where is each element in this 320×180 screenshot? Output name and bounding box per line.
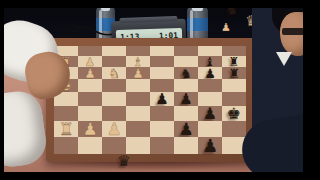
square[interactable]: ♟ [126, 67, 150, 79]
letterbox-bottom [0, 172, 320, 180]
square[interactable] [126, 92, 150, 106]
square[interactable] [78, 137, 102, 154]
clock-rocker-button[interactable] [119, 16, 177, 23]
letterbox-right [303, 0, 320, 180]
square[interactable]: ♟ [198, 106, 222, 121]
square[interactable] [102, 92, 126, 106]
white-rook-piece[interactable]: ♜ [58, 121, 73, 138]
captured-pieces-tray: ♛ [122, 154, 148, 174]
square[interactable] [150, 137, 174, 154]
chess-board[interactable]: ♜♟♝♝♜♟♞♟♞♟♜♚♟♟♟♚♜♟♟♟♟ [54, 46, 246, 154]
square[interactable]: ♚ [222, 106, 246, 121]
square[interactable]: ♟ [78, 67, 102, 79]
black-pawn-piece[interactable]: ♟ [179, 92, 192, 107]
square[interactable]: ♟ [174, 92, 198, 106]
square[interactable] [126, 106, 150, 121]
square[interactable] [150, 106, 174, 121]
square[interactable]: ♜ [54, 121, 78, 137]
square[interactable]: ♟ [78, 121, 102, 137]
white-pawn-piece[interactable]: ♟ [106, 121, 121, 138]
square[interactable] [150, 67, 174, 79]
square[interactable] [198, 79, 222, 92]
square[interactable] [222, 79, 246, 92]
square[interactable]: ♞ [174, 67, 198, 79]
board-frame: ♜♟♝♝♜♟♞♟♞♟♜♚♟♟♟♚♜♟♟♟♟ [46, 38, 254, 162]
square[interactable]: ♟ [150, 92, 174, 106]
square[interactable] [102, 79, 126, 92]
square[interactable] [150, 56, 174, 67]
square[interactable] [174, 46, 198, 56]
black-pawn-piece[interactable]: ♟ [202, 137, 218, 155]
square[interactable] [150, 46, 174, 56]
broadcast-photo: 1:13 1:01 ♜♟♝♝♜♟♞♟♞♟♜♚♟♟♟♚♜♟♟♟♟ ♞♟♛ ♛ [0, 0, 320, 180]
square[interactable] [54, 137, 78, 154]
square[interactable] [222, 121, 246, 137]
square[interactable]: ♟ [102, 121, 126, 137]
square[interactable] [174, 137, 198, 154]
black-pawn-piece[interactable]: ♟ [155, 92, 168, 107]
square[interactable]: ♟ [174, 121, 198, 137]
square[interactable]: ♟ [198, 67, 222, 79]
captured-piece: ♟ [221, 22, 231, 45]
square[interactable] [78, 79, 102, 92]
square[interactable] [150, 121, 174, 137]
square[interactable]: ♞ [102, 67, 126, 79]
square[interactable]: ♟ [198, 137, 222, 154]
letterbox-left [0, 0, 4, 180]
white-pawn-piece[interactable]: ♟ [82, 121, 97, 138]
letterbox-top [0, 0, 320, 8]
shirt-collar [276, 52, 292, 66]
square[interactable] [126, 79, 150, 92]
square[interactable] [102, 46, 126, 56]
black-pawn-piece[interactable]: ♟ [203, 106, 217, 122]
square[interactable]: ♜ [222, 67, 246, 79]
square[interactable] [78, 92, 102, 106]
black-king-piece[interactable]: ♚ [227, 106, 241, 122]
black-pawn-piece[interactable]: ♟ [178, 121, 193, 138]
square[interactable] [126, 121, 150, 137]
